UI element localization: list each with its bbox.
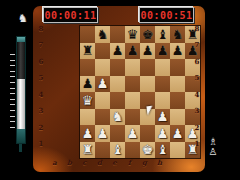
square-d7[interactable]: ♟ bbox=[125, 43, 140, 60]
mouse-cursor-icon bbox=[146, 106, 153, 116]
square-b6[interactable] bbox=[95, 59, 110, 76]
rank-label-5: 5 bbox=[36, 70, 46, 87]
piece-black-pawn[interactable]: ♟ bbox=[172, 44, 184, 57]
rank-label-7: 7 bbox=[192, 37, 202, 54]
rank-label-6: 6 bbox=[192, 53, 202, 70]
rank-label-2: 2 bbox=[192, 119, 202, 136]
piece-black-pawn[interactable]: ♟ bbox=[82, 77, 94, 90]
square-c4[interactable] bbox=[110, 92, 125, 109]
gauge-tick bbox=[10, 110, 15, 111]
rank-label-7: 7 bbox=[36, 37, 46, 54]
gauge-tick bbox=[10, 60, 15, 61]
piece-white-pawn[interactable]: ♟ bbox=[157, 127, 169, 140]
thermometer-gauge bbox=[10, 36, 28, 150]
file-label-a: a bbox=[47, 157, 62, 168]
piece-white-pawn[interactable]: ♟ bbox=[82, 127, 94, 140]
square-e5[interactable] bbox=[140, 76, 155, 93]
square-g5[interactable] bbox=[170, 76, 185, 93]
game-board: ♞♛♚♝♞♜♜♟♟♟♟♟♟♟♟♛♞♟♟♟♟♟♟♟♜♝♚♝♜ bbox=[80, 26, 200, 158]
gauge-light-segment bbox=[17, 79, 25, 129]
square-g6[interactable] bbox=[170, 59, 185, 76]
square-e6[interactable] bbox=[140, 59, 155, 76]
square-a2[interactable]: ♟ bbox=[80, 125, 95, 142]
square-a5[interactable]: ♟ bbox=[80, 76, 95, 93]
square-c5[interactable] bbox=[110, 76, 125, 93]
square-a3[interactable] bbox=[80, 109, 95, 126]
piece-white-bishop[interactable]: ♝ bbox=[157, 143, 169, 156]
piece-black-king[interactable]: ♚ bbox=[142, 28, 154, 41]
piece-black-queen[interactable]: ♛ bbox=[127, 28, 139, 41]
file-label-f: f bbox=[122, 157, 137, 168]
piece-white-pawn[interactable]: ♟ bbox=[172, 127, 184, 140]
gauge-tick bbox=[10, 104, 15, 105]
rank-labels-right: 87654321 bbox=[192, 20, 202, 152]
square-g3[interactable] bbox=[170, 109, 185, 126]
captured-black-pawn-icon: ♙ bbox=[206, 147, 220, 157]
right-clock: 00:00:51 bbox=[139, 7, 194, 23]
gauge-tube bbox=[16, 36, 26, 144]
square-c1[interactable]: ♝ bbox=[110, 142, 125, 159]
square-f4[interactable] bbox=[155, 92, 170, 109]
gauge-dark-segment bbox=[17, 42, 25, 79]
square-b7[interactable] bbox=[95, 43, 110, 60]
square-c2[interactable] bbox=[110, 125, 125, 142]
gauge-tick bbox=[10, 76, 15, 77]
square-b8[interactable]: ♞ bbox=[95, 26, 110, 43]
square-f2[interactable]: ♟ bbox=[155, 125, 170, 142]
rank-label-4: 4 bbox=[192, 86, 202, 103]
square-c8[interactable] bbox=[110, 26, 125, 43]
piece-white-queen[interactable]: ♛ bbox=[82, 94, 94, 107]
piece-black-knight[interactable]: ♞ bbox=[97, 28, 109, 41]
piece-white-pawn[interactable]: ♟ bbox=[97, 127, 109, 140]
board-frame: ♞♛♚♝♞♜♜♟♟♟♟♟♟♟♟♛♞♟♟♟♟♟♟♟♜♝♚♝♜ bbox=[33, 6, 205, 172]
square-f1[interactable]: ♝ bbox=[155, 142, 170, 159]
rank-label-5: 5 bbox=[192, 70, 202, 87]
square-g8[interactable]: ♞ bbox=[170, 26, 185, 43]
square-f3[interactable]: ♟ bbox=[155, 109, 170, 126]
gauge-tick bbox=[10, 71, 15, 72]
file-label-e: e bbox=[107, 157, 122, 168]
piece-white-pawn[interactable]: ♟ bbox=[157, 110, 169, 123]
gauge-tick bbox=[10, 54, 15, 55]
captured-pieces-tray: ♗♙ bbox=[206, 137, 220, 157]
square-d4[interactable] bbox=[125, 92, 140, 109]
file-label-b: b bbox=[62, 157, 77, 168]
piece-white-knight[interactable]: ♞ bbox=[112, 110, 124, 123]
square-f7[interactable]: ♟ bbox=[155, 43, 170, 60]
square-e1[interactable]: ♚ bbox=[140, 142, 155, 159]
gauge-tick bbox=[10, 93, 15, 94]
gauge-tick bbox=[10, 121, 15, 122]
file-label-g: g bbox=[137, 157, 152, 168]
gauge-tick bbox=[10, 88, 15, 89]
square-e7[interactable]: ♟ bbox=[140, 43, 155, 60]
square-d2[interactable]: ♟ bbox=[125, 125, 140, 142]
file-label-d: d bbox=[92, 157, 107, 168]
gauge-tick bbox=[10, 82, 15, 83]
square-d6[interactable] bbox=[125, 59, 140, 76]
file-labels-bottom: abcdefgh bbox=[47, 157, 167, 168]
rank-label-4: 4 bbox=[36, 86, 46, 103]
square-b3[interactable] bbox=[95, 109, 110, 126]
rank-label-3: 3 bbox=[192, 103, 202, 120]
square-c6[interactable] bbox=[110, 59, 125, 76]
square-f5[interactable] bbox=[155, 76, 170, 93]
rank-label-6: 6 bbox=[36, 53, 46, 70]
left-clock-time: 00:00:11 bbox=[44, 10, 96, 21]
piece-white-rook[interactable]: ♜ bbox=[82, 143, 94, 156]
board-grid: ♞♛♚♝♞♜♜♟♟♟♟♟♟♟♟♛♞♟♟♟♟♟♟♟♜♝♚♝♜ bbox=[80, 26, 200, 158]
file-label-h: h bbox=[152, 157, 167, 168]
knight-cursor-icon: ♞ bbox=[18, 13, 28, 24]
gauge-tick bbox=[10, 65, 15, 66]
gauge-cap-bottom bbox=[17, 129, 25, 143]
left-clock: 00:00:11 bbox=[43, 7, 98, 23]
square-a6[interactable] bbox=[80, 59, 95, 76]
piece-black-pawn[interactable]: ♟ bbox=[142, 44, 154, 57]
piece-white-bishop[interactable]: ♝ bbox=[112, 143, 124, 156]
rank-labels-left: 87654321 bbox=[36, 20, 46, 152]
rank-label-1: 1 bbox=[36, 136, 46, 153]
piece-black-rook[interactable]: ♜ bbox=[82, 44, 94, 57]
square-g7[interactable]: ♟ bbox=[170, 43, 185, 60]
square-e8[interactable]: ♚ bbox=[140, 26, 155, 43]
square-d1[interactable] bbox=[125, 142, 140, 159]
square-b2[interactable]: ♟ bbox=[95, 125, 110, 142]
piece-white-pawn[interactable]: ♟ bbox=[127, 127, 139, 140]
square-a1[interactable]: ♜ bbox=[80, 142, 95, 159]
square-f6[interactable] bbox=[155, 59, 170, 76]
piece-black-pawn[interactable]: ♟ bbox=[127, 44, 139, 57]
square-e2[interactable] bbox=[140, 125, 155, 142]
square-b4[interactable] bbox=[95, 92, 110, 109]
right-clock-time: 00:00:51 bbox=[140, 10, 192, 21]
piece-black-bishop[interactable]: ♝ bbox=[157, 28, 169, 41]
square-d3[interactable] bbox=[125, 109, 140, 126]
square-g4[interactable] bbox=[170, 92, 185, 109]
square-a8[interactable] bbox=[80, 26, 95, 43]
square-g2[interactable]: ♟ bbox=[170, 125, 185, 142]
square-d5[interactable] bbox=[125, 76, 140, 93]
gauge-tick bbox=[10, 116, 15, 117]
chess-game-screen: ♞ ♞♛♚♝♞♜♜♟♟♟♟♟♟♟♟♛♞♟♟♟♟♟♟♟♜♝♚♝♜ 87654321… bbox=[0, 0, 240, 180]
piece-white-pawn[interactable]: ♟ bbox=[97, 77, 109, 90]
square-a4[interactable]: ♛ bbox=[80, 92, 95, 109]
rank-label-3: 3 bbox=[36, 103, 46, 120]
gauge-stem bbox=[19, 144, 22, 152]
piece-black-pawn[interactable]: ♟ bbox=[157, 44, 169, 57]
gauge-tick bbox=[10, 127, 15, 128]
gauge-tick bbox=[10, 99, 15, 100]
square-c3[interactable]: ♞ bbox=[110, 109, 125, 126]
square-b1[interactable] bbox=[95, 142, 110, 159]
piece-white-king[interactable]: ♚ bbox=[142, 143, 154, 156]
piece-black-pawn[interactable]: ♟ bbox=[112, 44, 124, 57]
rank-label-1: 1 bbox=[192, 136, 202, 153]
square-f8[interactable]: ♝ bbox=[155, 26, 170, 43]
square-c7[interactable]: ♟ bbox=[110, 43, 125, 60]
square-g1[interactable] bbox=[170, 142, 185, 159]
file-label-c: c bbox=[77, 157, 92, 168]
rank-label-2: 2 bbox=[36, 119, 46, 136]
square-a7[interactable]: ♜ bbox=[80, 43, 95, 60]
square-d8[interactable]: ♛ bbox=[125, 26, 140, 43]
piece-black-knight[interactable]: ♞ bbox=[172, 28, 184, 41]
square-b5[interactable]: ♟ bbox=[95, 76, 110, 93]
